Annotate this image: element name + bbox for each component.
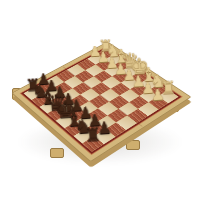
board-foot-bottom-left (50, 148, 64, 158)
square-h3 (138, 103, 158, 117)
black-rook-piece: ♜ (78, 125, 108, 144)
product-photo-canvas: ♜♟♟♜♞♟♟♞♝♟♟♝♛♟♟♛♚♟♟♚♝♟♟♝♞♟♟♞♜♟♟♜ (0, 0, 200, 200)
square-d4 (91, 83, 110, 95)
square-h8: ♜ (83, 136, 104, 151)
white-pawn-piece: ♟ (144, 87, 172, 103)
